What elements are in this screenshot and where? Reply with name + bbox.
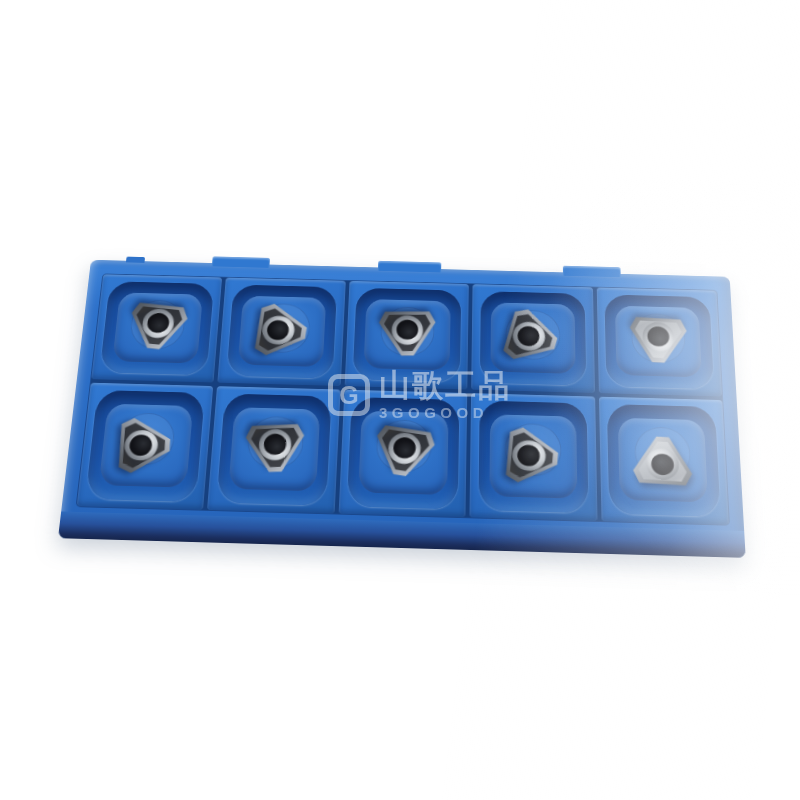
pocket-well bbox=[216, 394, 332, 505]
pocket-floor bbox=[618, 418, 709, 503]
pocket-grid bbox=[77, 274, 729, 524]
insert-hole bbox=[264, 434, 286, 456]
pocket-floor bbox=[228, 407, 320, 492]
tray-top-notch bbox=[126, 257, 146, 263]
insert-r1c3 bbox=[374, 306, 442, 364]
pocket-well bbox=[347, 397, 459, 509]
product-photo: { "scene": { "description": "Overhead pr… bbox=[0, 0, 800, 800]
pocket-floor bbox=[364, 299, 451, 370]
pocket-r1c3 bbox=[344, 281, 469, 390]
pocket-floor bbox=[489, 414, 577, 499]
pocket-r1c4 bbox=[471, 284, 594, 393]
pocket-well bbox=[226, 285, 337, 379]
pocket-well bbox=[607, 404, 720, 516]
pocket-floor bbox=[615, 306, 702, 378]
tray-top-tab bbox=[378, 261, 442, 273]
pocket-r2c4 bbox=[470, 393, 598, 521]
insert-r2c1 bbox=[111, 413, 180, 479]
tray-top-tab bbox=[563, 266, 621, 278]
insert-r2c5 bbox=[627, 427, 698, 493]
insert-hole bbox=[266, 320, 291, 342]
insert-r2c4 bbox=[497, 420, 568, 493]
insert-r1c5 bbox=[624, 310, 692, 372]
pocket-floor bbox=[359, 410, 449, 495]
pocket-well bbox=[86, 390, 205, 501]
pocket-well bbox=[479, 291, 586, 385]
pocket-floor bbox=[112, 292, 203, 363]
pocket-well bbox=[604, 295, 713, 389]
insert-r1c1 bbox=[119, 296, 197, 361]
insert-hole bbox=[146, 313, 171, 335]
pocket-well bbox=[100, 281, 214, 375]
insert-hole bbox=[647, 327, 669, 348]
insert-hole bbox=[516, 444, 540, 467]
pocket-well bbox=[353, 288, 461, 382]
pocket-r2c1 bbox=[77, 383, 214, 510]
insert-hole bbox=[397, 321, 419, 341]
pocket-floor bbox=[490, 302, 575, 374]
insert-hole bbox=[651, 453, 673, 475]
insert-tray bbox=[58, 260, 746, 558]
pocket-r2c2 bbox=[207, 386, 340, 513]
insert-r2c2 bbox=[240, 417, 310, 481]
pocket-r2c5 bbox=[599, 397, 729, 525]
pocket-r1c2 bbox=[218, 278, 346, 387]
scene: G 山歌工品 3GOGOOD bbox=[0, 0, 800, 800]
pocket-well bbox=[478, 401, 589, 513]
insert-hole bbox=[130, 435, 154, 456]
pocket-r2c3 bbox=[338, 390, 467, 517]
insert-r2c3 bbox=[364, 417, 444, 489]
tray-perspective-wrap bbox=[58, 260, 746, 558]
pocket-floor bbox=[238, 296, 327, 367]
insert-hole bbox=[392, 436, 418, 460]
insert-r1c2 bbox=[246, 297, 319, 365]
insert-hole bbox=[515, 324, 541, 349]
pocket-r1c1 bbox=[91, 274, 222, 382]
insert-r1c4 bbox=[493, 300, 572, 376]
pocket-floor bbox=[98, 403, 193, 488]
pocket-r1c5 bbox=[596, 287, 722, 396]
tray-top-tab bbox=[212, 256, 270, 267]
insert-hole-ring bbox=[646, 448, 679, 481]
